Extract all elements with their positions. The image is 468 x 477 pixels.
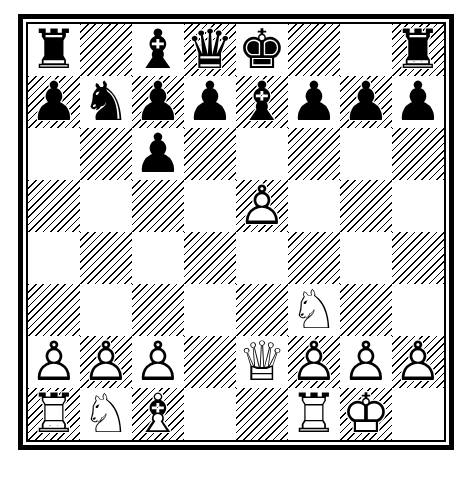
square-a6[interactable] (28, 128, 80, 180)
square-d1[interactable] (184, 388, 236, 440)
square-f4[interactable] (288, 232, 340, 284)
piece-white-pawn-outline: ♙ (392, 336, 444, 388)
square-d7[interactable]: ♟ (184, 76, 236, 128)
piece-white-pawn-outline: ♙ (80, 336, 132, 388)
square-f1[interactable]: ♜♖ (288, 388, 340, 440)
square-a5[interactable] (28, 180, 80, 232)
square-b6[interactable] (80, 128, 132, 180)
square-d3[interactable] (184, 284, 236, 336)
square-c1[interactable]: ♝♗ (132, 388, 184, 440)
piece-white-pawn[interactable]: ♟♙ (80, 336, 132, 388)
square-h7[interactable]: ♟ (392, 76, 444, 128)
square-d2[interactable] (184, 336, 236, 388)
piece-white-knight[interactable]: ♞♘ (288, 284, 340, 336)
square-a8[interactable]: ♜ (28, 24, 80, 76)
square-b5[interactable] (80, 180, 132, 232)
square-c8[interactable]: ♝ (132, 24, 184, 76)
square-a3[interactable] (28, 284, 80, 336)
square-f5[interactable] (288, 180, 340, 232)
piece-white-pawn[interactable]: ♟♙ (392, 336, 444, 388)
square-d6[interactable] (184, 128, 236, 180)
square-b4[interactable] (80, 232, 132, 284)
square-h2[interactable]: ♟♙ (392, 336, 444, 388)
piece-white-king-outline: ♔ (340, 388, 392, 440)
piece-white-pawn[interactable]: ♟♙ (236, 180, 288, 232)
piece-white-pawn[interactable]: ♟♙ (288, 336, 340, 388)
square-g6[interactable] (340, 128, 392, 180)
piece-black-bishop[interactable]: ♝ (236, 76, 288, 128)
square-c6[interactable]: ♟ (132, 128, 184, 180)
square-d5[interactable] (184, 180, 236, 232)
square-d4[interactable] (184, 232, 236, 284)
square-c7[interactable]: ♟ (132, 76, 184, 128)
piece-white-rook-outline: ♖ (288, 388, 340, 440)
piece-white-knight-outline: ♘ (80, 388, 132, 440)
piece-white-pawn-outline: ♙ (236, 180, 288, 232)
square-f6[interactable] (288, 128, 340, 180)
square-b7[interactable]: ♞ (80, 76, 132, 128)
square-b3[interactable] (80, 284, 132, 336)
piece-black-pawn[interactable]: ♟ (392, 76, 444, 128)
square-c5[interactable] (132, 180, 184, 232)
piece-white-rook[interactable]: ♜♖ (28, 388, 80, 440)
square-h1[interactable] (392, 388, 444, 440)
piece-black-knight[interactable]: ♞ (80, 76, 132, 128)
square-g8[interactable] (340, 24, 392, 76)
square-b2[interactable]: ♟♙ (80, 336, 132, 388)
piece-white-pawn-outline: ♙ (132, 336, 184, 388)
square-b8[interactable] (80, 24, 132, 76)
square-e2[interactable]: ♛♕ (236, 336, 288, 388)
piece-black-king[interactable]: ♚ (236, 24, 288, 76)
square-e5[interactable]: ♟♙ (236, 180, 288, 232)
chess-board: ♜♝♛♚♜♟♞♟♟♝♟♟♟♟♟♙♞♘♟♙♟♙♟♙♛♕♟♙♟♙♟♙♜♖♞♘♝♗♜♖… (28, 24, 444, 440)
chess-diagram: ♜♝♛♚♜♟♞♟♟♝♟♟♟♟♟♙♞♘♟♙♟♙♟♙♛♕♟♙♟♙♟♙♜♖♞♘♝♗♜♖… (18, 14, 454, 450)
piece-black-queen[interactable]: ♛ (184, 24, 236, 76)
piece-white-pawn[interactable]: ♟♙ (28, 336, 80, 388)
piece-white-knight[interactable]: ♞♘ (80, 388, 132, 440)
piece-white-pawn-outline: ♙ (340, 336, 392, 388)
square-f7[interactable]: ♟ (288, 76, 340, 128)
piece-black-pawn[interactable]: ♟ (28, 76, 80, 128)
square-a1[interactable]: ♜♖ (28, 388, 80, 440)
square-e8[interactable]: ♚ (236, 24, 288, 76)
piece-black-pawn[interactable]: ♟ (184, 76, 236, 128)
square-c3[interactable] (132, 284, 184, 336)
piece-white-pawn[interactable]: ♟♙ (132, 336, 184, 388)
square-e6[interactable] (236, 128, 288, 180)
piece-black-rook[interactable]: ♜ (28, 24, 80, 76)
piece-white-bishop[interactable]: ♝♗ (132, 388, 184, 440)
square-c2[interactable]: ♟♙ (132, 336, 184, 388)
piece-black-bishop[interactable]: ♝ (132, 24, 184, 76)
piece-white-pawn[interactable]: ♟♙ (340, 336, 392, 388)
piece-black-pawn[interactable]: ♟ (132, 76, 184, 128)
piece-white-knight-outline: ♘ (288, 284, 340, 336)
piece-white-queen[interactable]: ♛♕ (236, 336, 288, 388)
square-g5[interactable] (340, 180, 392, 232)
piece-black-pawn[interactable]: ♟ (288, 76, 340, 128)
square-a2[interactable]: ♟♙ (28, 336, 80, 388)
piece-black-pawn[interactable]: ♟ (340, 76, 392, 128)
square-h3[interactable] (392, 284, 444, 336)
square-c4[interactable] (132, 232, 184, 284)
piece-white-bishop-outline: ♗ (132, 388, 184, 440)
square-e7[interactable]: ♝ (236, 76, 288, 128)
square-g7[interactable]: ♟ (340, 76, 392, 128)
square-b1[interactable]: ♞♘ (80, 388, 132, 440)
piece-white-rook-outline: ♖ (28, 388, 80, 440)
square-g3[interactable] (340, 284, 392, 336)
square-h4[interactable] (392, 232, 444, 284)
square-e4[interactable] (236, 232, 288, 284)
square-f8[interactable] (288, 24, 340, 76)
piece-white-pawn-outline: ♙ (288, 336, 340, 388)
square-e3[interactable] (236, 284, 288, 336)
square-d8[interactable]: ♛ (184, 24, 236, 76)
square-a7[interactable]: ♟ (28, 76, 80, 128)
square-a4[interactable] (28, 232, 80, 284)
square-g2[interactable]: ♟♙ (340, 336, 392, 388)
piece-white-queen-outline: ♕ (236, 336, 288, 388)
board-inner-border: ♜♝♛♚♜♟♞♟♟♝♟♟♟♟♟♙♞♘♟♙♟♙♟♙♛♕♟♙♟♙♟♙♜♖♞♘♝♗♜♖… (26, 22, 446, 442)
piece-white-rook[interactable]: ♜♖ (288, 388, 340, 440)
piece-black-rook[interactable]: ♜ (392, 24, 444, 76)
square-h5[interactable] (392, 180, 444, 232)
piece-white-pawn-outline: ♙ (28, 336, 80, 388)
square-g1[interactable]: ♚♔ (340, 388, 392, 440)
square-g4[interactable] (340, 232, 392, 284)
square-f3[interactable]: ♞♘ (288, 284, 340, 336)
board-outer-border: ♜♝♛♚♜♟♞♟♟♝♟♟♟♟♟♙♞♘♟♙♟♙♟♙♛♕♟♙♟♙♟♙♜♖♞♘♝♗♜♖… (18, 14, 454, 450)
piece-white-king[interactable]: ♚♔ (340, 388, 392, 440)
square-e1[interactable] (236, 388, 288, 440)
square-h8[interactable]: ♜ (392, 24, 444, 76)
square-f2[interactable]: ♟♙ (288, 336, 340, 388)
square-h6[interactable] (392, 128, 444, 180)
piece-black-pawn[interactable]: ♟ (132, 128, 184, 180)
